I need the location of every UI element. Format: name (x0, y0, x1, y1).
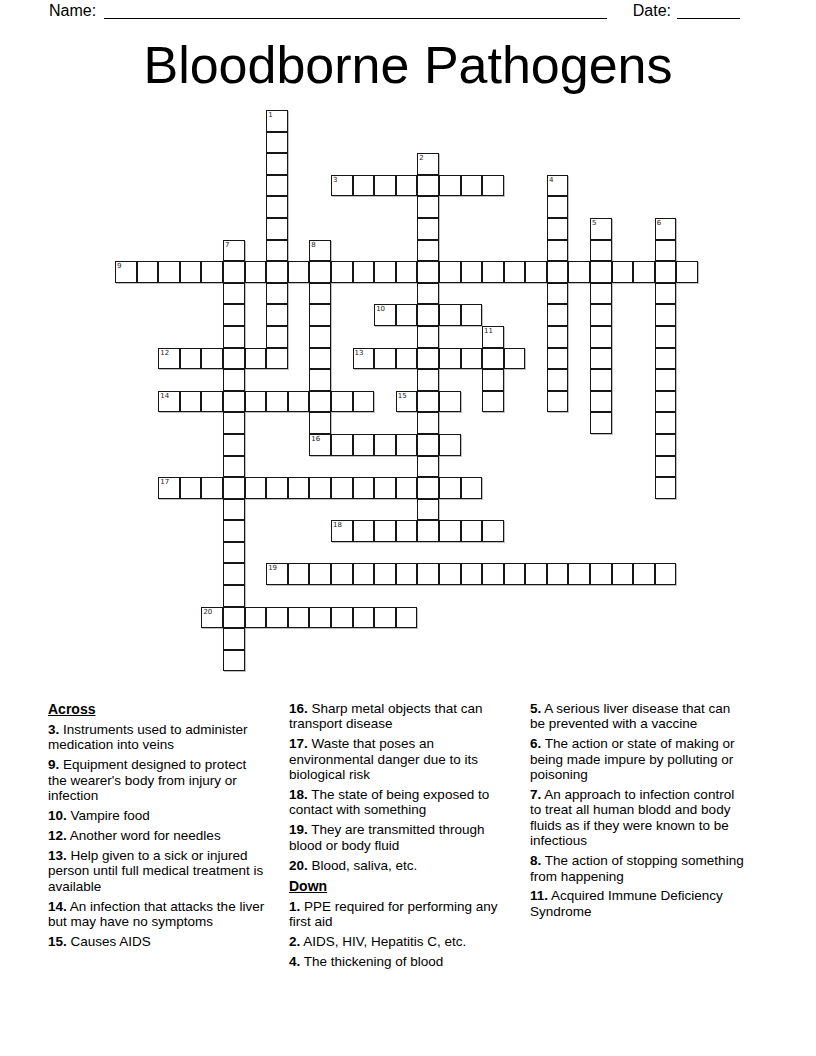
clues-column-3: 5. A serious liver disease that can be p… (530, 701, 748, 974)
grid-cell-r7c18[interactable] (504, 261, 526, 283)
grid-cell-r17c10[interactable] (331, 477, 353, 499)
grid-cell-r7c14[interactable] (417, 261, 439, 283)
grid-cell-r15c11[interactable] (353, 434, 375, 456)
grid-cell-r6c20[interactable] (547, 240, 569, 262)
grid-cell-r21c12[interactable] (374, 563, 396, 585)
grid-cell-r7c20[interactable] (547, 261, 569, 283)
grid-cell-r7c16[interactable] (461, 261, 483, 283)
grid-cell-r11c14[interactable] (417, 348, 439, 370)
grid-cell-r21c23[interactable] (612, 563, 634, 585)
grid-cell-r7c9[interactable] (309, 261, 331, 283)
grid-cell-r3c16[interactable] (461, 175, 483, 197)
clue-down-4: 4. The thickening of blood (289, 954, 507, 969)
grid-cell-r23c9[interactable] (309, 607, 331, 629)
grid-cell-r21c14[interactable] (417, 563, 439, 585)
grid-cell-r10c20[interactable] (547, 326, 569, 348)
grid-cell-r7c19[interactable] (525, 261, 547, 283)
grid-cell-r18c5[interactable] (223, 499, 245, 521)
grid-cell-r4c20[interactable] (547, 196, 569, 218)
grid-cell-r6c25[interactable] (655, 240, 677, 262)
grid-cell-r7c17[interactable] (482, 261, 504, 283)
grid-cell-r14c14[interactable] (417, 412, 439, 434)
date-label: Date: (633, 2, 671, 19)
grid-cell-r17c11[interactable] (353, 477, 375, 499)
grid-cell-r15c15[interactable] (439, 434, 461, 456)
grid-cell-r17c4[interactable] (201, 477, 223, 499)
grid-cell-r12c22[interactable] (590, 369, 612, 391)
grid-cell-r3c17[interactable] (482, 175, 504, 197)
grid-cell-r9c25[interactable] (655, 304, 677, 326)
grid-cell-r9c16[interactable] (461, 304, 483, 326)
cell-number-16: 16 (311, 435, 320, 443)
clue-number-label: 19. (289, 822, 308, 837)
grid-cell-r10c5[interactable] (223, 326, 245, 348)
grid-cell-r19c10[interactable]: 18 (331, 520, 353, 542)
clue-number-label: 4. (289, 954, 300, 969)
grid-cell-r7c6[interactable] (245, 261, 267, 283)
clue-number-label: 8. (530, 853, 541, 868)
cell-number-3: 3 (333, 176, 337, 184)
grid-cell-r23c4[interactable]: 20 (201, 607, 223, 629)
clue-down-2: 2. AIDS, HIV, Hepatitis C, etc. (289, 934, 507, 949)
grid-cell-r17c2[interactable]: 17 (158, 477, 180, 499)
grid-cell-r15c25[interactable] (655, 434, 677, 456)
grid-cell-r3c11[interactable] (353, 175, 375, 197)
grid-cell-r10c22[interactable] (590, 326, 612, 348)
grid-cell-r13c4[interactable] (201, 391, 223, 413)
cell-number-6: 6 (657, 219, 661, 227)
name-blank-line[interactable] (104, 2, 607, 19)
grid-cell-r19c5[interactable] (223, 520, 245, 542)
grid-cell-r10c14[interactable] (417, 326, 439, 348)
cell-number-18: 18 (333, 521, 342, 529)
grid-cell-r17c5[interactable] (223, 477, 245, 499)
clues-down-heading: Down (289, 878, 507, 894)
clue-across-15: 15. Causes AIDS (48, 934, 266, 949)
puzzle-title: Bloodborne Pathogens (0, 35, 816, 95)
clue-number-label: 2. (289, 934, 300, 949)
grid-cell-r21c22[interactable] (590, 563, 612, 585)
grid-cell-r7c15[interactable] (439, 261, 461, 283)
grid-cell-r17c3[interactable] (180, 477, 202, 499)
grid-cell-r17c6[interactable] (245, 477, 267, 499)
grid-cell-r8c7[interactable] (266, 283, 288, 305)
cell-number-1: 1 (268, 111, 272, 119)
cell-number-15: 15 (398, 392, 407, 400)
clue-down-11: 11. Acquired Immune Deficiency Syndrome (530, 888, 748, 919)
clue-number-label: 16. (289, 701, 308, 716)
clue-across-16: 16. Sharp metal objects that can transpo… (289, 701, 507, 732)
grid-cell-r19c12[interactable] (374, 520, 396, 542)
cell-number-4: 4 (549, 176, 553, 184)
grid-cell-r5c7[interactable] (266, 218, 288, 240)
grid-cell-r19c13[interactable] (396, 520, 418, 542)
clue-number-label: 18. (289, 787, 308, 802)
grid-cell-r17c7[interactable] (266, 477, 288, 499)
clue-down-6: 6. The action or state of making or bein… (530, 736, 748, 782)
grid-cell-r23c6[interactable] (245, 607, 267, 629)
grid-cell-r16c25[interactable] (655, 456, 677, 478)
grid-cell-r19c16[interactable] (461, 520, 483, 542)
grid-cell-r8c25[interactable] (655, 283, 677, 305)
grid-cell-r14c5[interactable] (223, 412, 245, 434)
clue-number-label: 6. (530, 736, 541, 751)
grid-cell-r6c9[interactable]: 8 (309, 240, 331, 262)
clue-number-label: 5. (530, 701, 541, 716)
grid-cell-r14c22[interactable] (590, 412, 612, 434)
grid-cell-r21c11[interactable] (353, 563, 375, 585)
grid-cell-r19c15[interactable] (439, 520, 461, 542)
grid-cell-r23c7[interactable] (266, 607, 288, 629)
grid-cell-r13c8[interactable] (288, 391, 310, 413)
grid-cell-r13c3[interactable] (180, 391, 202, 413)
cell-number-14: 14 (160, 392, 169, 400)
grid-cell-r18c14[interactable] (417, 499, 439, 521)
clue-number-label: 10. (48, 808, 67, 823)
grid-cell-r20c5[interactable] (223, 542, 245, 564)
clue-number-label: 1. (289, 899, 300, 914)
grid-cell-r11c18[interactable] (504, 348, 526, 370)
grid-cell-r16c14[interactable] (417, 456, 439, 478)
grid-cell-r3c7[interactable] (266, 175, 288, 197)
grid-cell-r13c7[interactable] (266, 391, 288, 413)
grid-cell-r9c22[interactable] (590, 304, 612, 326)
grid-cell-r11c6[interactable] (245, 348, 267, 370)
clue-number-label: 9. (48, 757, 59, 772)
grid-cell-r13c10[interactable] (331, 391, 353, 413)
clue-across-17: 17. Waste that poses an environmental da… (289, 736, 507, 782)
grid-cell-r12c9[interactable] (309, 369, 331, 391)
grid-cell-r7c23[interactable] (612, 261, 634, 283)
grid-cell-r7c7[interactable] (266, 261, 288, 283)
grid-cell-r0c7[interactable]: 1 (266, 110, 288, 132)
grid-cell-r7c1[interactable] (137, 261, 159, 283)
grid-cell-r21c19[interactable] (525, 563, 547, 585)
clue-across-19: 19. They are transmitted through blood o… (289, 822, 507, 853)
grid-cell-r6c7[interactable] (266, 240, 288, 262)
grid-cell-r21c20[interactable] (547, 563, 569, 585)
grid-cell-r21c21[interactable] (568, 563, 590, 585)
grid-cell-r12c17[interactable] (482, 369, 504, 391)
grid-cell-r3c13[interactable] (396, 175, 418, 197)
grid-cell-r11c5[interactable] (223, 348, 245, 370)
grid-cell-r5c20[interactable] (547, 218, 569, 240)
grid-cell-r15c5[interactable] (223, 434, 245, 456)
clue-number-label: 17. (289, 736, 308, 751)
grid-cell-r9c9[interactable] (309, 304, 331, 326)
grid-cell-r21c7[interactable]: 19 (266, 563, 288, 585)
grid-cell-r21c16[interactable] (461, 563, 483, 585)
grid-cell-r17c25[interactable] (655, 477, 677, 499)
grid-cell-r23c10[interactable] (331, 607, 353, 629)
clues-section: Across3. Instruments used to administer … (48, 701, 748, 974)
clues-across-heading: Across (48, 701, 266, 717)
grid-cell-r10c7[interactable] (266, 326, 288, 348)
grid-cell-r11c11[interactable]: 13 (353, 348, 375, 370)
grid-cell-r10c25[interactable] (655, 326, 677, 348)
grid-cell-r6c5[interactable]: 7 (223, 240, 245, 262)
grid-cell-r14c9[interactable] (309, 412, 331, 434)
grid-cell-r8c22[interactable] (590, 283, 612, 305)
grid-cell-r15c9[interactable]: 16 (309, 434, 331, 456)
grid-cell-r7c11[interactable] (353, 261, 375, 283)
grid-cell-r7c3[interactable] (180, 261, 202, 283)
cell-number-11: 11 (484, 327, 493, 335)
grid-cell-r17c15[interactable] (439, 477, 461, 499)
grid-cell-r24c5[interactable] (223, 628, 245, 650)
grid-cell-r3c15[interactable] (439, 175, 461, 197)
grid-cell-r11c12[interactable] (374, 348, 396, 370)
name-label: Name: (49, 2, 96, 19)
grid-cell-r13c11[interactable] (353, 391, 375, 413)
grid-cell-r6c22[interactable] (590, 240, 612, 262)
clues-column-2: 16. Sharp metal objects that can transpo… (289, 701, 507, 974)
worksheet-header: Name: Date: (49, 2, 740, 19)
grid-cell-r12c25[interactable] (655, 369, 677, 391)
grid-cell-r19c14[interactable] (417, 520, 439, 542)
clue-down-1: 1. PPE required for performing any first… (289, 899, 507, 930)
grid-cell-r16c5[interactable] (223, 456, 245, 478)
grid-cell-r21c8[interactable] (288, 563, 310, 585)
grid-cell-r9c12[interactable]: 10 (374, 304, 396, 326)
grid-cell-r21c25[interactable] (655, 563, 677, 585)
clue-number-label: 3. (48, 722, 59, 737)
clue-number-label: 14. (48, 899, 67, 914)
grid-cell-r8c20[interactable] (547, 283, 569, 305)
grid-cell-r10c9[interactable] (309, 326, 331, 348)
cell-number-7: 7 (225, 241, 229, 249)
grid-cell-r11c13[interactable] (396, 348, 418, 370)
grid-cell-r21c5[interactable] (223, 563, 245, 585)
grid-cell-r7c0[interactable]: 9 (115, 261, 137, 283)
grid-cell-r5c25[interactable]: 6 (655, 218, 677, 240)
grid-cell-r7c21[interactable] (568, 261, 590, 283)
grid-cell-r5c22[interactable]: 5 (590, 218, 612, 240)
grid-cell-r13c9[interactable] (309, 391, 331, 413)
grid-cell-r12c5[interactable] (223, 369, 245, 391)
grid-cell-r4c14[interactable] (417, 196, 439, 218)
clue-across-12: 12. Another word for needles (48, 828, 266, 843)
grid-cell-r4c7[interactable] (266, 196, 288, 218)
cell-number-10: 10 (376, 305, 385, 313)
grid-cell-r19c17[interactable] (482, 520, 504, 542)
cell-number-8: 8 (311, 241, 315, 249)
grid-cell-r13c15[interactable] (439, 391, 461, 413)
grid-cell-r25c5[interactable] (223, 650, 245, 672)
grid-cell-r7c13[interactable] (396, 261, 418, 283)
grid-cell-r8c14[interactable] (417, 283, 439, 305)
grid-cell-r17c12[interactable] (374, 477, 396, 499)
grid-cell-r11c15[interactable] (439, 348, 461, 370)
grid-cell-r21c17[interactable] (482, 563, 504, 585)
grid-cell-r21c9[interactable] (309, 563, 331, 585)
grid-cell-r11c3[interactable] (180, 348, 202, 370)
grid-cell-r19c11[interactable] (353, 520, 375, 542)
grid-cell-r7c8[interactable] (288, 261, 310, 283)
grid-cell-r17c14[interactable] (417, 477, 439, 499)
grid-cell-r12c14[interactable] (417, 369, 439, 391)
grid-cell-r11c7[interactable] (266, 348, 288, 370)
grid-cell-r11c2[interactable]: 12 (158, 348, 180, 370)
grid-cell-r7c10[interactable] (331, 261, 353, 283)
cell-number-17: 17 (160, 478, 169, 486)
grid-cell-r17c9[interactable] (309, 477, 331, 499)
crossword-grid: 1234567891011121314151617181920 (115, 110, 698, 671)
grid-cell-r3c10[interactable]: 3 (331, 175, 353, 197)
grid-cell-r3c14[interactable] (417, 175, 439, 197)
grid-cell-r13c20[interactable] (547, 391, 569, 413)
cell-number-2: 2 (419, 154, 423, 162)
grid-cell-r7c12[interactable] (374, 261, 396, 283)
clue-across-14: 14. An infection that attacks the liver … (48, 899, 266, 930)
grid-cell-r7c4[interactable] (201, 261, 223, 283)
grid-cell-r2c14[interactable]: 2 (417, 153, 439, 175)
grid-cell-r7c22[interactable] (590, 261, 612, 283)
clues-column-1: Across3. Instruments used to administer … (48, 701, 266, 974)
cell-number-5: 5 (592, 219, 596, 227)
grid-cell-r13c25[interactable] (655, 391, 677, 413)
grid-cell-r9c20[interactable] (547, 304, 569, 326)
grid-cell-r9c15[interactable] (439, 304, 461, 326)
grid-cell-r23c8[interactable] (288, 607, 310, 629)
grid-cell-r11c4[interactable] (201, 348, 223, 370)
grid-cell-r11c17[interactable] (482, 348, 504, 370)
grid-cell-r21c18[interactable] (504, 563, 526, 585)
grid-cell-r23c13[interactable] (396, 607, 418, 629)
clue-across-18: 18. The state of being exposed to contac… (289, 787, 507, 818)
cell-number-20: 20 (203, 608, 212, 616)
grid-cell-r6c14[interactable] (417, 240, 439, 262)
grid-cell-r17c13[interactable] (396, 477, 418, 499)
grid-cell-r3c20[interactable]: 4 (547, 175, 569, 197)
clue-down-8: 8. The action of stopping something from… (530, 853, 748, 884)
grid-cell-r15c13[interactable] (396, 434, 418, 456)
grid-cell-r7c25[interactable] (655, 261, 677, 283)
grid-cell-r8c5[interactable] (223, 283, 245, 305)
date-blank-line[interactable] (677, 2, 740, 19)
grid-cell-r1c7[interactable] (266, 132, 288, 154)
grid-cell-r13c6[interactable] (245, 391, 267, 413)
grid-cell-r9c5[interactable] (223, 304, 245, 326)
grid-cell-r15c12[interactable] (374, 434, 396, 456)
clue-across-10: 10. Vampire food (48, 808, 266, 823)
grid-cell-r8c9[interactable] (309, 283, 331, 305)
grid-cell-r10c17[interactable]: 11 (482, 326, 504, 348)
grid-cell-r22c5[interactable] (223, 585, 245, 607)
grid-cell-r13c13[interactable]: 15 (396, 391, 418, 413)
clue-down-7: 7. An approach to infection control to t… (530, 787, 748, 849)
grid-cell-r17c8[interactable] (288, 477, 310, 499)
grid-cell-r13c2[interactable]: 14 (158, 391, 180, 413)
grid-cell-r13c17[interactable] (482, 391, 504, 413)
grid-cell-r14c25[interactable] (655, 412, 677, 434)
grid-cell-r7c24[interactable] (633, 261, 655, 283)
grid-cell-r21c13[interactable] (396, 563, 418, 585)
grid-cell-r7c2[interactable] (158, 261, 180, 283)
clue-across-9: 9. Equipment designed to protect the wea… (48, 757, 266, 803)
grid-cell-r15c14[interactable] (417, 434, 439, 456)
grid-cell-r21c24[interactable] (633, 563, 655, 585)
cell-number-9: 9 (117, 262, 121, 270)
cell-number-19: 19 (268, 564, 277, 572)
grid-cell-r9c13[interactable] (396, 304, 418, 326)
grid-cell-r11c9[interactable] (309, 348, 331, 370)
grid-cell-r23c12[interactable] (374, 607, 396, 629)
grid-cell-r21c15[interactable] (439, 563, 461, 585)
clue-number-label: 11. (530, 888, 548, 903)
grid-cell-r9c14[interactable] (417, 304, 439, 326)
clue-down-5: 5. A serious liver disease that can be p… (530, 701, 748, 732)
clue-number-label: 15. (48, 934, 67, 949)
clue-number-label: 13. (48, 848, 67, 863)
grid-cell-r11c20[interactable] (547, 348, 569, 370)
clue-across-3: 3. Instruments used to administer medica… (48, 722, 266, 753)
grid-cell-r5c14[interactable] (417, 218, 439, 240)
grid-cell-r13c22[interactable] (590, 391, 612, 413)
grid-cell-r7c5[interactable] (223, 261, 245, 283)
grid-cell-r7c26[interactable] (676, 261, 698, 283)
grid-cell-r13c5[interactable] (223, 391, 245, 413)
cell-number-12: 12 (160, 349, 169, 357)
grid-cell-r11c22[interactable] (590, 348, 612, 370)
grid-cell-r11c25[interactable] (655, 348, 677, 370)
grid-cell-r21c10[interactable] (331, 563, 353, 585)
grid-cell-r9c7[interactable] (266, 304, 288, 326)
grid-cell-r3c12[interactable] (374, 175, 396, 197)
clue-across-13: 13. Help given to a sick or injured pers… (48, 848, 266, 894)
grid-cell-r15c10[interactable] (331, 434, 353, 456)
grid-cell-r23c11[interactable] (353, 607, 375, 629)
grid-cell-r13c14[interactable] (417, 391, 439, 413)
grid-cell-r11c16[interactable] (461, 348, 483, 370)
grid-cell-r2c7[interactable] (266, 153, 288, 175)
grid-cell-r17c16[interactable] (461, 477, 483, 499)
grid-cell-r12c20[interactable] (547, 369, 569, 391)
cell-number-13: 13 (355, 349, 364, 357)
grid-cell-r23c5[interactable] (223, 607, 245, 629)
clue-across-20: 20. Blood, saliva, etc. (289, 858, 507, 873)
clue-number-label: 20. (289, 858, 308, 873)
clue-number-label: 12. (48, 828, 67, 843)
clue-number-label: 7. (530, 787, 541, 802)
